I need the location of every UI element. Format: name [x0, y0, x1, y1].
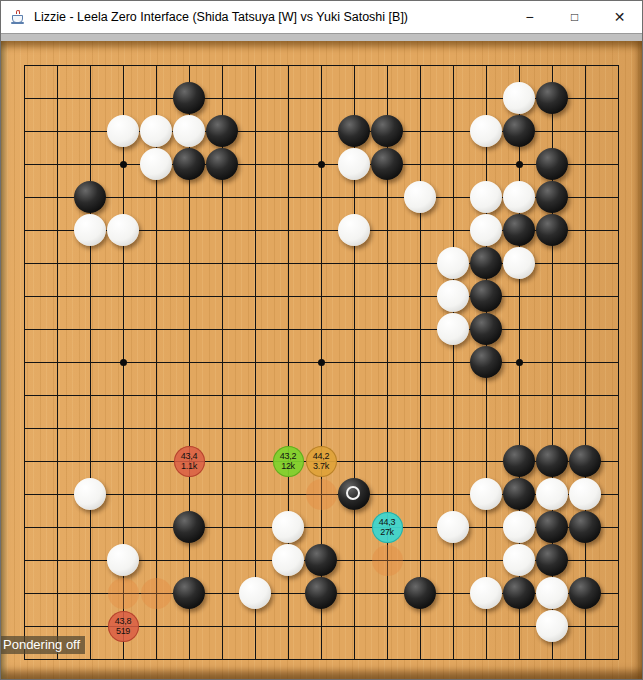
star-point [318, 359, 325, 366]
stone-black [206, 148, 238, 180]
star-point [516, 359, 523, 366]
stone-black [503, 115, 535, 147]
stone-black [404, 577, 436, 609]
stone-white [503, 181, 535, 213]
stone-black [173, 82, 205, 114]
analysis-hint-faded[interactable] [141, 578, 172, 609]
stone-white [470, 577, 502, 609]
hint-visits: 27k [380, 527, 394, 537]
stone-white [503, 511, 535, 543]
stone-black [536, 214, 568, 246]
hint-winrate: 43,8 [115, 616, 131, 626]
stone-white [437, 511, 469, 543]
stone-white [470, 214, 502, 246]
stone-black [305, 544, 337, 576]
hint-winrate: 43,4 [181, 451, 197, 461]
stone-white [503, 544, 535, 576]
stone-black [536, 445, 568, 477]
hint-winrate: 44,3 [379, 517, 395, 527]
close-icon[interactable]: ✕ [597, 1, 642, 33]
stone-black [206, 115, 238, 147]
analysis-hint-faded[interactable] [372, 545, 403, 576]
stone-black [371, 115, 403, 147]
stone-white [173, 115, 205, 147]
hint-winrate: 44,2 [313, 451, 329, 461]
java-app-icon [10, 9, 26, 25]
stone-black [536, 544, 568, 576]
stone-black [371, 148, 403, 180]
stone-white [338, 214, 370, 246]
stone-white [503, 82, 535, 114]
analysis-hint[interactable]: 44,327k [372, 512, 403, 543]
stone-black [536, 148, 568, 180]
stone-white [569, 478, 601, 510]
pondering-status: Pondering off [1, 636, 85, 654]
stone-black [338, 478, 370, 510]
stone-white [437, 247, 469, 279]
analysis-hint[interactable]: 43,212k [273, 446, 304, 477]
stone-black [470, 313, 502, 345]
stone-black [338, 115, 370, 147]
stone-white [107, 115, 139, 147]
goban[interactable]: Pondering off 43,41.1k43,212k44,23.7k44,… [1, 41, 642, 679]
minimize-icon[interactable]: − [507, 1, 552, 33]
stone-black [503, 445, 535, 477]
hint-winrate: 43,2 [280, 451, 296, 461]
analysis-hint[interactable]: 44,23.7k [306, 446, 337, 477]
window-controls: − □ ✕ [507, 1, 642, 33]
stone-black [470, 280, 502, 312]
stone-white [536, 478, 568, 510]
stone-white [107, 544, 139, 576]
window-title: Lizzie - Leela Zero Interface (Shida Tat… [34, 10, 408, 24]
stone-white [470, 478, 502, 510]
analysis-hint-faded[interactable] [108, 578, 139, 609]
lizzie-window: Lizzie - Leela Zero Interface (Shida Tat… [0, 0, 643, 680]
stone-white [140, 115, 172, 147]
stone-white [107, 214, 139, 246]
star-point [318, 161, 325, 168]
stone-white [272, 511, 304, 543]
last-move-marker [346, 486, 360, 500]
stone-black [536, 511, 568, 543]
stone-black [470, 247, 502, 279]
stone-white [536, 610, 568, 642]
maximize-icon[interactable]: □ [552, 1, 597, 33]
analysis-hint[interactable]: 43,41.1k [174, 446, 205, 477]
stone-black [503, 478, 535, 510]
hint-visits: 3.7k [313, 461, 329, 471]
stone-black [503, 577, 535, 609]
title-bar: Lizzie - Leela Zero Interface (Shida Tat… [1, 1, 642, 33]
stone-black [173, 148, 205, 180]
analysis-hint[interactable]: 43,8519 [108, 611, 139, 642]
stone-black [569, 577, 601, 609]
stone-white [239, 577, 271, 609]
analysis-hint-faded[interactable] [306, 479, 337, 510]
stone-black [173, 577, 205, 609]
stone-white [140, 148, 172, 180]
stone-white [74, 478, 106, 510]
stone-white [437, 313, 469, 345]
stone-white [338, 148, 370, 180]
stone-white [437, 280, 469, 312]
stone-white [503, 247, 535, 279]
stone-black [173, 511, 205, 543]
hint-visits: 519 [116, 626, 130, 636]
stone-black [536, 181, 568, 213]
stone-black [569, 511, 601, 543]
stone-white [470, 181, 502, 213]
stone-white [536, 577, 568, 609]
hint-visits: 1.1k [181, 461, 197, 471]
stone-white [272, 544, 304, 576]
stone-black [503, 214, 535, 246]
stone-black [74, 181, 106, 213]
stone-black [305, 577, 337, 609]
stone-white [404, 181, 436, 213]
stone-black [569, 445, 601, 477]
star-point [120, 359, 127, 366]
star-point [516, 161, 523, 168]
menu-strip [1, 33, 642, 41]
stone-white [470, 115, 502, 147]
star-point [120, 161, 127, 168]
stone-black [470, 346, 502, 378]
stone-white [74, 214, 106, 246]
stone-black [536, 82, 568, 114]
hint-visits: 12k [281, 461, 295, 471]
